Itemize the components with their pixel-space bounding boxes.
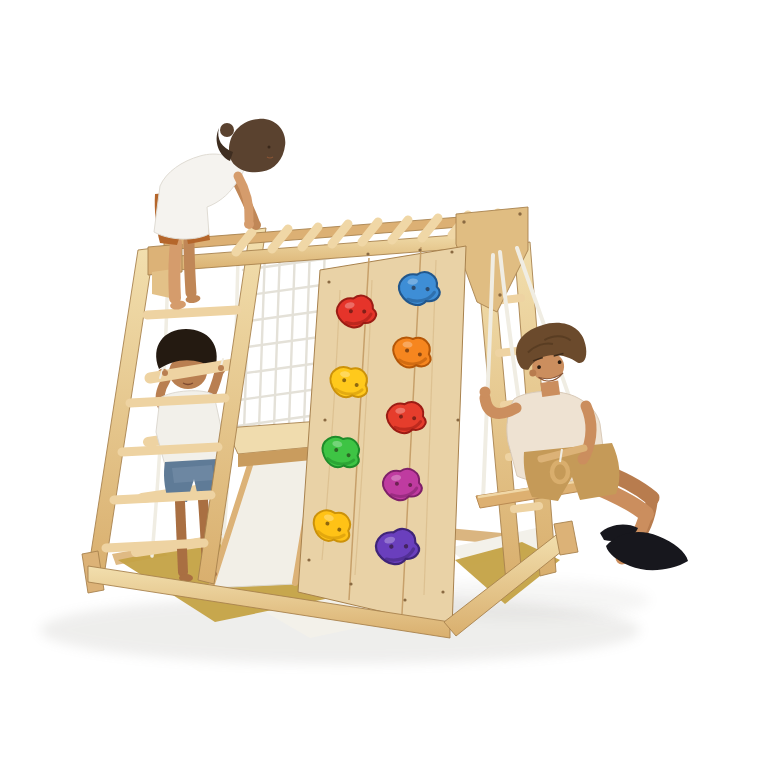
playset-illustration: Wooden indoor jungle-gym climbing frame … [0, 0, 768, 768]
toddler-shorts-wash [172, 465, 214, 483]
boy-neck [540, 381, 560, 397]
girl-hair-bun [220, 123, 234, 137]
gusset-screw [462, 220, 465, 223]
girl-eye [268, 146, 271, 149]
girl-front-hand [244, 219, 254, 229]
wall-board [298, 246, 466, 628]
gusset-screw [498, 293, 501, 296]
girl-back-leg [189, 241, 191, 293]
gusset-screw [518, 212, 521, 215]
boy-right-hand [480, 387, 491, 398]
toddler-left-leg [180, 502, 183, 572]
climbing-wall [298, 246, 482, 634]
boy-left-hand [578, 454, 589, 465]
toddler-fingers-left [162, 370, 168, 376]
product-photo-stage: Wooden indoor jungle-gym climbing frame … [0, 0, 768, 768]
toddler-fingers-right [218, 365, 224, 371]
girl-front-leg [174, 243, 176, 298]
